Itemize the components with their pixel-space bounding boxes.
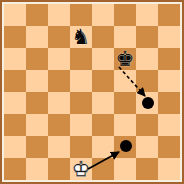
board-liner: ♞♚♚♔ [2,2,182,182]
square-e6[interactable] [92,48,114,70]
square-f2[interactable] [114,136,136,158]
square-f8[interactable] [114,4,136,26]
square-e2[interactable] [92,136,114,158]
square-g5[interactable] [136,70,158,92]
square-c7[interactable] [48,26,70,48]
chess-board: ♞♚♚♔ [4,4,180,180]
square-h3[interactable] [158,114,180,136]
square-d2[interactable] [70,136,92,158]
square-d3[interactable] [70,114,92,136]
black-knight-d7[interactable]: ♞ [70,26,92,48]
square-b6[interactable] [26,48,48,70]
square-h6[interactable] [158,48,180,70]
square-e5[interactable] [92,70,114,92]
square-e1[interactable] [92,158,114,180]
square-a4[interactable] [4,92,26,114]
square-g4[interactable] [136,92,158,114]
square-g8[interactable] [136,4,158,26]
square-a7[interactable] [4,26,26,48]
square-f7[interactable] [114,26,136,48]
square-f5[interactable] [114,70,136,92]
square-a2[interactable] [4,136,26,158]
square-b5[interactable] [26,70,48,92]
square-c3[interactable] [48,114,70,136]
square-g3[interactable] [136,114,158,136]
square-h4[interactable] [158,92,180,114]
square-h5[interactable] [158,70,180,92]
square-e4[interactable] [92,92,114,114]
square-d8[interactable] [70,4,92,26]
board-squares [4,4,180,180]
square-a6[interactable] [4,48,26,70]
square-b7[interactable] [26,26,48,48]
square-f3[interactable] [114,114,136,136]
square-h2[interactable] [158,136,180,158]
square-g6[interactable] [136,48,158,70]
square-h7[interactable] [158,26,180,48]
square-d5[interactable] [70,70,92,92]
chess-board-frame: ♞♚♚♔ [0,0,184,184]
square-a3[interactable] [4,114,26,136]
square-d6[interactable] [70,48,92,70]
square-g1[interactable] [136,158,158,180]
black-king-f6[interactable]: ♚ [114,48,136,70]
square-e3[interactable] [92,114,114,136]
square-c4[interactable] [48,92,70,114]
square-b8[interactable] [26,4,48,26]
square-b4[interactable] [26,92,48,114]
square-g2[interactable] [136,136,158,158]
square-f4[interactable] [114,92,136,114]
square-h1[interactable] [158,158,180,180]
square-b3[interactable] [26,114,48,136]
square-c1[interactable] [48,158,70,180]
square-g7[interactable] [136,26,158,48]
square-e8[interactable] [92,4,114,26]
square-c6[interactable] [48,48,70,70]
square-e7[interactable] [92,26,114,48]
square-c2[interactable] [48,136,70,158]
square-c8[interactable] [48,4,70,26]
square-h8[interactable] [158,4,180,26]
square-c5[interactable] [48,70,70,92]
square-f1[interactable] [114,158,136,180]
square-a5[interactable] [4,70,26,92]
square-d4[interactable] [70,92,92,114]
square-b2[interactable] [26,136,48,158]
white-king-outline-glyph: ♔ [70,158,92,180]
square-a8[interactable] [4,4,26,26]
square-b1[interactable] [26,158,48,180]
square-a1[interactable] [4,158,26,180]
white-king-d1[interactable]: ♚♔ [70,158,92,180]
